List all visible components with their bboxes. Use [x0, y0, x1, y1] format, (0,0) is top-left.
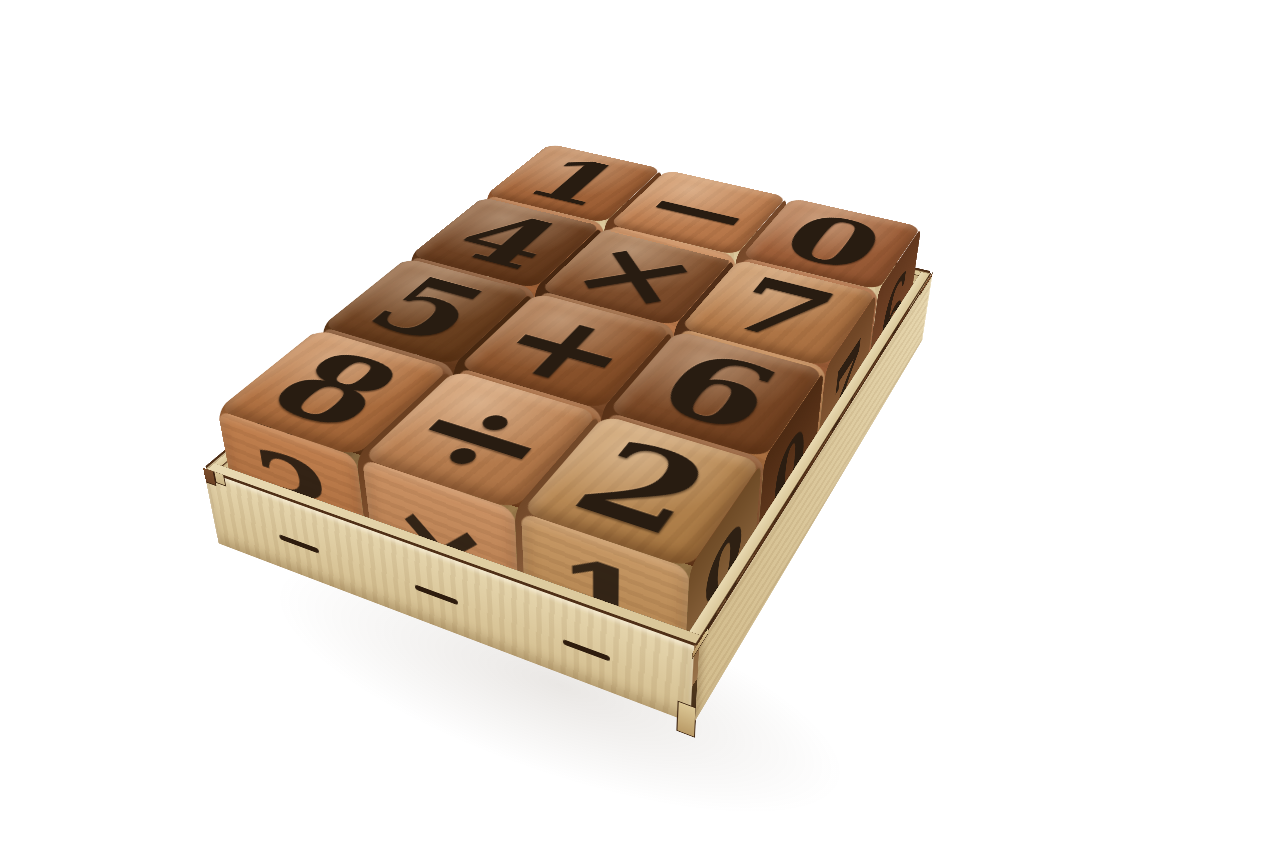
- glyph-0: 0: [767, 205, 896, 281]
- tray-slot: [563, 639, 610, 662]
- product-photo: 1 − 9 0 4 ×: [0, 0, 1280, 847]
- tray-slot: [279, 534, 319, 554]
- glyph-2: 2: [554, 427, 730, 553]
- tray-slot: [415, 584, 458, 605]
- tray-corner-tab: [920, 263, 934, 296]
- photo-stage: 1 − 9 0 4 ×: [0, 0, 1280, 847]
